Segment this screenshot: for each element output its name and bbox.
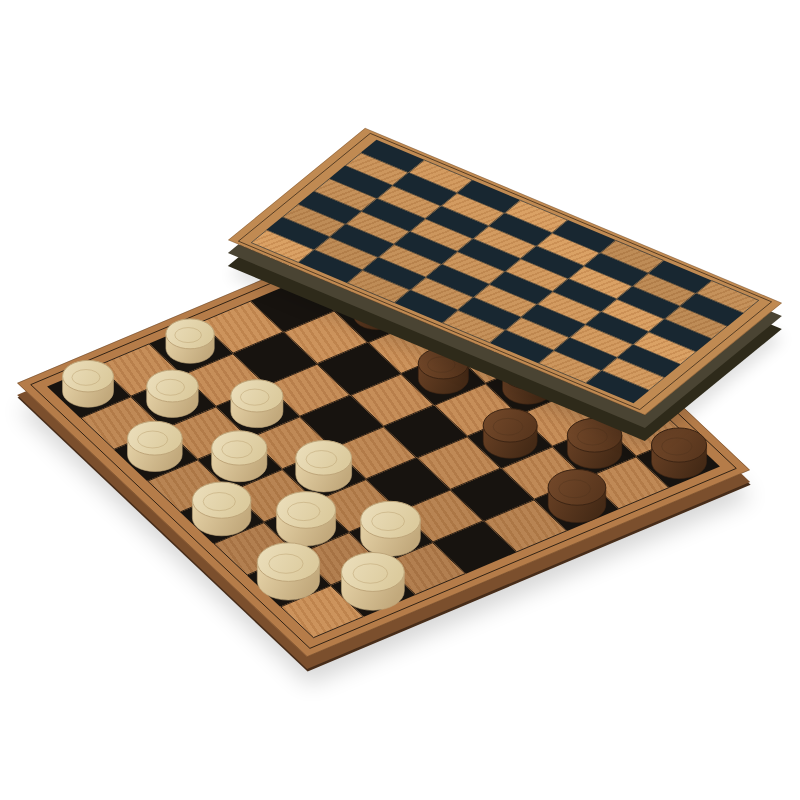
product-photo bbox=[0, 0, 800, 800]
